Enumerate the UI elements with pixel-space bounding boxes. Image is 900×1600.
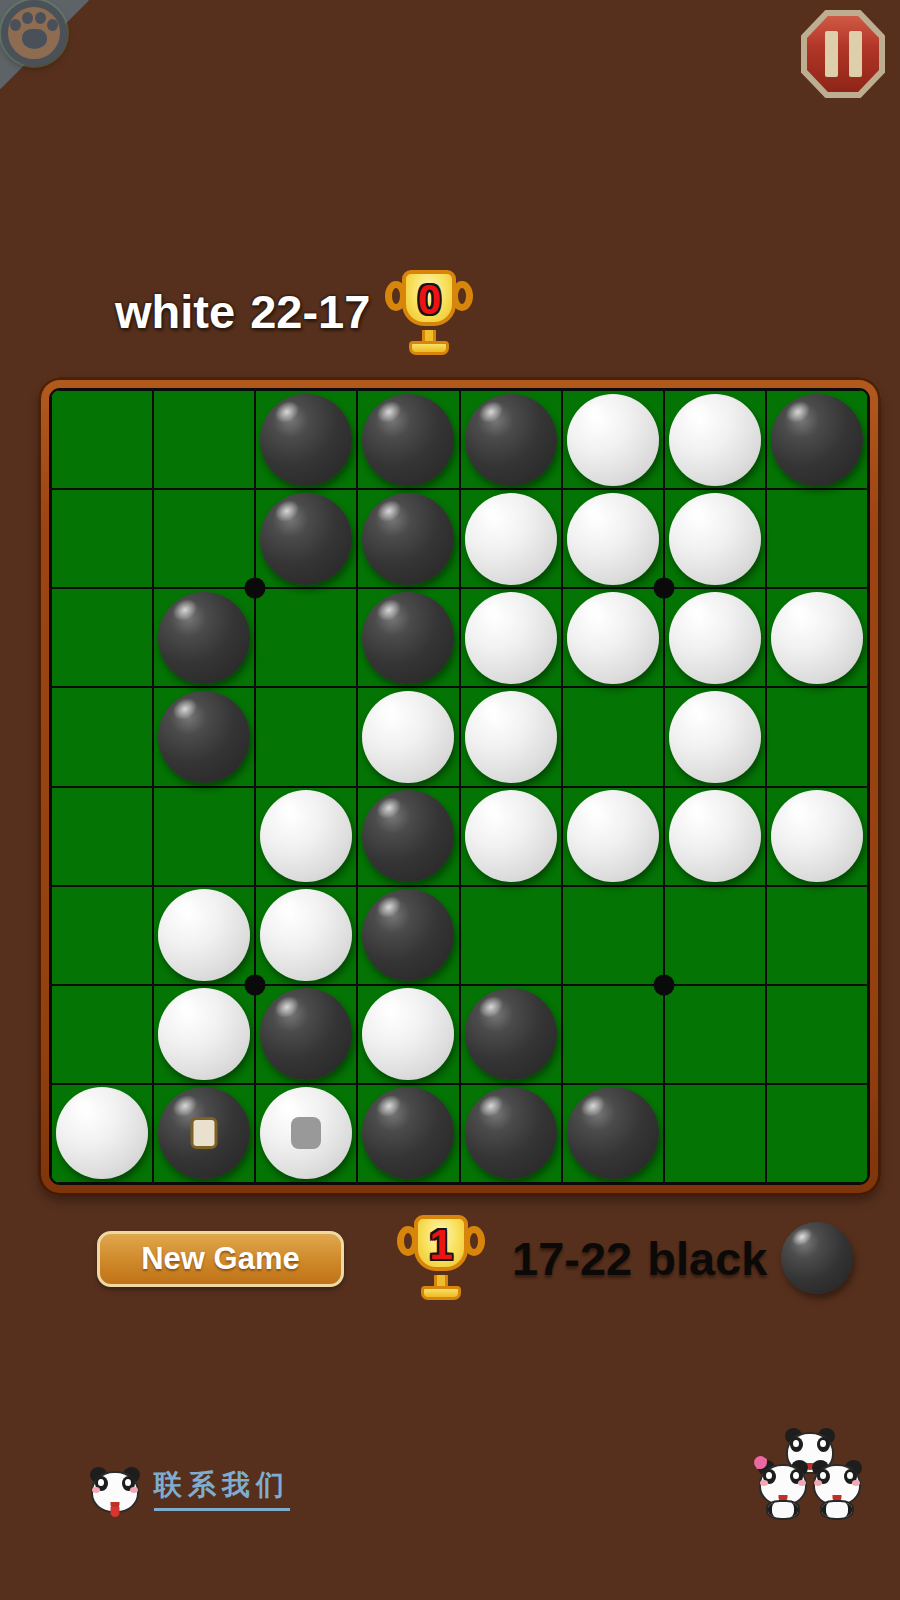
- trophy-icon: 1: [398, 1212, 484, 1300]
- panda-body: [766, 1500, 800, 1520]
- board-cell-r7c1[interactable]: [51, 985, 153, 1084]
- board-cell-r7c2[interactable]: [153, 985, 255, 1084]
- previous-move-marker: [291, 1117, 321, 1149]
- board-cell-r5c2[interactable]: [153, 787, 255, 886]
- white-stone: [465, 790, 557, 882]
- pause-bar: [849, 31, 862, 77]
- paw-icon: [47, 19, 58, 31]
- star-point: [245, 974, 266, 995]
- board-cell-r1c7[interactable]: [664, 390, 766, 489]
- panda-icon: [758, 1460, 808, 1506]
- white-stone: [567, 592, 659, 684]
- board-cell-r5c8[interactable]: [766, 787, 868, 886]
- board-cell-r5c5[interactable]: [460, 787, 562, 886]
- board-cell-r6c6[interactable]: [562, 886, 664, 985]
- board-cell-r6c1[interactable]: [51, 886, 153, 985]
- board-cell-r5c3[interactable]: [255, 787, 357, 886]
- panda-body: [820, 1500, 854, 1520]
- board-cell-r2c8[interactable]: [766, 489, 868, 588]
- white-stone: [669, 394, 761, 486]
- board-cell-r2c4[interactable]: [357, 489, 459, 588]
- pause-button[interactable]: [801, 10, 885, 98]
- white-stone: [362, 691, 454, 783]
- board-cell-r3c3[interactable]: [255, 588, 357, 687]
- white-stone: [669, 493, 761, 585]
- board-cell-r3c1[interactable]: [51, 588, 153, 687]
- board-cell-r3c2[interactable]: [153, 588, 255, 687]
- opponent-score-text: white 22-17: [115, 284, 370, 339]
- board-felt: [49, 388, 870, 1185]
- white-stone: [56, 1087, 148, 1179]
- white-stone: [362, 988, 454, 1080]
- board-cell-r8c3[interactable]: [255, 1084, 357, 1183]
- white-stone: [669, 790, 761, 882]
- black-stone: [158, 592, 250, 684]
- board-cell-r5c1[interactable]: [51, 787, 153, 886]
- board-cell-r4c7[interactable]: [664, 687, 766, 786]
- trophy-icon: 0: [386, 267, 472, 355]
- panda-icon: [90, 1467, 140, 1513]
- white-stone: [771, 592, 863, 684]
- board-cell-r6c8[interactable]: [766, 886, 868, 985]
- board-cell-r5c7[interactable]: [664, 787, 766, 886]
- white-stone: [158, 889, 250, 981]
- board-cell-r8c2[interactable]: [153, 1084, 255, 1183]
- white-stone: [567, 394, 659, 486]
- board-cell-r8c6[interactable]: [562, 1084, 664, 1183]
- opponent-score: 22-17: [250, 284, 370, 339]
- paw-icon: [35, 12, 46, 24]
- white-stone: [465, 691, 557, 783]
- more-games-button[interactable]: [1, 0, 67, 66]
- opponent-score-panel: white 22-17 0: [115, 266, 472, 356]
- pause-icon: [807, 16, 879, 92]
- white-stone: [260, 790, 352, 882]
- board-cell-r2c5[interactable]: [460, 489, 562, 588]
- black-stone: [260, 493, 352, 585]
- board-cell-r1c5[interactable]: [460, 390, 562, 489]
- board-cell-r6c7[interactable]: [664, 886, 766, 985]
- black-stone: [567, 1087, 659, 1179]
- black-stone: [362, 394, 454, 486]
- board-cell-r4c1[interactable]: [51, 687, 153, 786]
- star-point: [245, 578, 266, 599]
- panda-eye: [790, 1437, 803, 1452]
- board-cell-r4c6[interactable]: [562, 687, 664, 786]
- white-stone: [465, 592, 557, 684]
- player-score-panel: 17-22 black: [512, 1214, 853, 1302]
- panda-cheek: [760, 1480, 768, 1486]
- opponent-label: white: [115, 284, 235, 339]
- player-win-count: 1: [398, 1221, 484, 1269]
- board-cell-r1c1[interactable]: [51, 390, 153, 489]
- pause-bar: [825, 31, 838, 77]
- board-cell-r7c4[interactable]: [357, 985, 459, 1084]
- board-cell-r3c6[interactable]: [562, 588, 664, 687]
- panda-cheek: [798, 1480, 806, 1486]
- white-stone: [465, 493, 557, 585]
- board-cell-r8c5[interactable]: [460, 1084, 562, 1183]
- board-cell-r4c3[interactable]: [255, 687, 357, 786]
- white-stone: [771, 790, 863, 882]
- trophy-base: [421, 1286, 461, 1300]
- board-cell-r1c6[interactable]: [562, 390, 664, 489]
- board-cell-r6c2[interactable]: [153, 886, 255, 985]
- paw-icon: [10, 19, 21, 31]
- player-score: 17-22: [512, 1231, 632, 1286]
- othello-board: [38, 377, 881, 1196]
- board-cell-r6c4[interactable]: [357, 886, 459, 985]
- panda-cheek: [130, 1487, 138, 1493]
- new-game-button[interactable]: New Game: [97, 1231, 344, 1287]
- last-move-marker: [191, 1117, 218, 1149]
- board-cell-r4c2[interactable]: [153, 687, 255, 786]
- black-stone: [362, 493, 454, 585]
- board-cell-r3c8[interactable]: [766, 588, 868, 687]
- board-cell-r3c4[interactable]: [357, 588, 459, 687]
- board-cell-r4c4[interactable]: [357, 687, 459, 786]
- contact-us-link[interactable]: 联系我们: [154, 1466, 290, 1511]
- panda-tongue: [111, 1507, 120, 1517]
- board-grid: [51, 390, 868, 1183]
- board-cell-r4c8[interactable]: [766, 687, 868, 786]
- board-cell-r8c7[interactable]: [664, 1084, 766, 1183]
- white-stone: [260, 889, 352, 981]
- black-stone: [465, 394, 557, 486]
- board-cell-r2c1[interactable]: [51, 489, 153, 588]
- paw-icon: [22, 12, 33, 24]
- contact-block: 联系我们: [90, 1466, 290, 1513]
- board-cell-r6c5[interactable]: [460, 886, 562, 985]
- panda-eye: [817, 1437, 830, 1452]
- trophy-base: [409, 341, 449, 355]
- panda-cheek: [814, 1480, 822, 1486]
- star-point: [653, 974, 674, 995]
- board-cell-r1c8[interactable]: [766, 390, 868, 489]
- board-cell-r2c2[interactable]: [153, 489, 255, 588]
- opponent-win-count: 0: [386, 276, 472, 324]
- board-cell-r2c7[interactable]: [664, 489, 766, 588]
- board-cell-r6c3[interactable]: [255, 886, 357, 985]
- board-cell-r8c8[interactable]: [766, 1084, 868, 1183]
- player-color-stone: [781, 1222, 853, 1294]
- black-stone: [465, 1087, 557, 1179]
- black-stone: [260, 394, 352, 486]
- black-stone: [362, 1087, 454, 1179]
- white-stone: [260, 1087, 352, 1179]
- star-point: [653, 578, 674, 599]
- panda-mascots: [752, 1428, 868, 1550]
- board-cell-r8c1[interactable]: [51, 1084, 153, 1183]
- white-stone: [669, 592, 761, 684]
- black-stone: [465, 988, 557, 1080]
- board-cell-r1c2[interactable]: [153, 390, 255, 489]
- panda-icon: [812, 1460, 862, 1506]
- board-cell-r4c5[interactable]: [460, 687, 562, 786]
- flower-icon: [754, 1456, 767, 1469]
- board-cell-r8c4[interactable]: [357, 1084, 459, 1183]
- white-stone: [158, 988, 250, 1080]
- player-score-text: 17-22 black: [512, 1231, 767, 1286]
- board-cell-r3c5[interactable]: [460, 588, 562, 687]
- black-stone: [771, 394, 863, 486]
- board-cell-r2c3[interactable]: [255, 489, 357, 588]
- white-stone: [669, 691, 761, 783]
- white-stone: [567, 790, 659, 882]
- black-stone: [362, 889, 454, 981]
- paw-icon: [22, 29, 47, 49]
- player-label: black: [647, 1231, 767, 1286]
- board-cell-r7c7[interactable]: [664, 985, 766, 1084]
- board-cell-r2c6[interactable]: [562, 489, 664, 588]
- black-stone: [158, 691, 250, 783]
- board-cell-r7c3[interactable]: [255, 985, 357, 1084]
- othello-app-screen: white 22-17 0 New Game 1 17-22 black: [0, 0, 900, 1600]
- board-cell-r7c6[interactable]: [562, 985, 664, 1084]
- board-cell-r7c8[interactable]: [766, 985, 868, 1084]
- white-stone: [567, 493, 659, 585]
- black-stone: [158, 1087, 250, 1179]
- board-cell-r1c4[interactable]: [357, 390, 459, 489]
- panda-cheek: [852, 1480, 860, 1486]
- panda-cheek: [92, 1487, 100, 1493]
- board-cell-r7c5[interactable]: [460, 985, 562, 1084]
- board-cell-r1c3[interactable]: [255, 390, 357, 489]
- black-stone: [362, 790, 454, 882]
- black-stone: [362, 592, 454, 684]
- board-cell-r3c7[interactable]: [664, 588, 766, 687]
- black-stone: [260, 988, 352, 1080]
- board-cell-r5c4[interactable]: [357, 787, 459, 886]
- board-cell-r5c6[interactable]: [562, 787, 664, 886]
